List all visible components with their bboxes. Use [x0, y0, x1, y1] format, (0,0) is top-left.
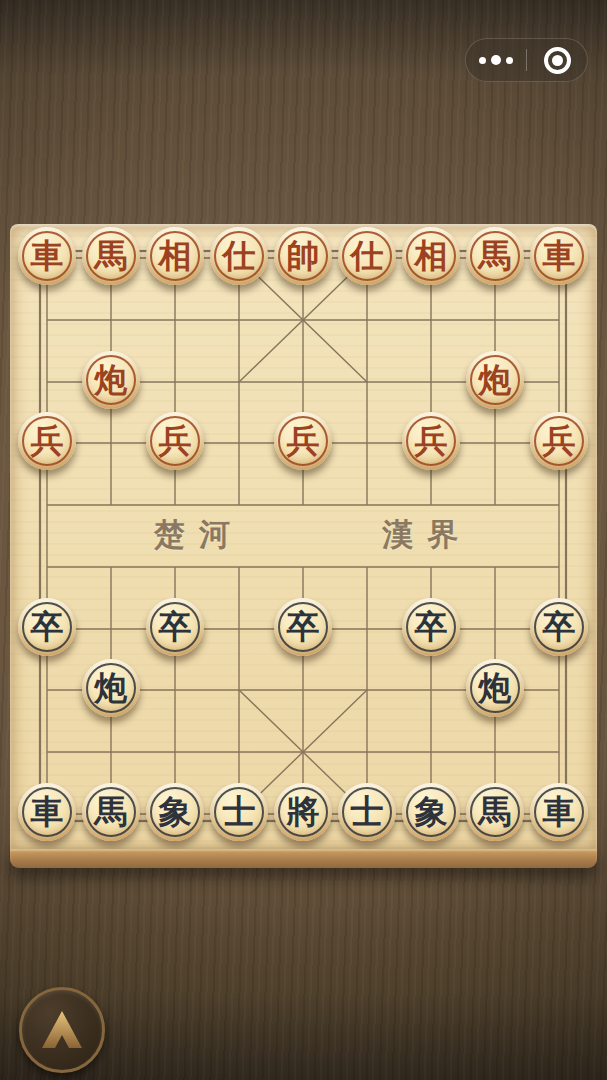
piece-red-advisor[interactable]: 仕: [210, 227, 268, 285]
piece-black-soldier[interactable]: 卒: [402, 598, 460, 656]
piece-red-soldier[interactable]: 兵: [146, 412, 204, 470]
piece-glyph: 炮: [466, 351, 524, 409]
piece-black-general[interactable]: 將: [274, 783, 332, 841]
piece-glyph: 車: [530, 227, 588, 285]
piece-glyph: 馬: [82, 783, 140, 841]
piece-glyph: 車: [18, 783, 76, 841]
piece-black-chariot[interactable]: 車: [530, 783, 588, 841]
piece-glyph: 炮: [82, 351, 140, 409]
piece-glyph: 炮: [466, 659, 524, 717]
board-3d-edge: [10, 849, 597, 868]
piece-black-cannon[interactable]: 炮: [82, 659, 140, 717]
piece-glyph: 車: [18, 227, 76, 285]
piece-black-advisor[interactable]: 士: [338, 783, 396, 841]
piece-red-elephant[interactable]: 相: [146, 227, 204, 285]
piece-red-elephant[interactable]: 相: [402, 227, 460, 285]
piece-black-horse[interactable]: 馬: [82, 783, 140, 841]
exit-button[interactable]: [527, 39, 587, 81]
piece-glyph: 馬: [82, 227, 140, 285]
game-screen: 楚河 漢界 車馬相仕帥仕相馬車炮炮兵兵兵兵兵卒卒卒卒卒炮炮車馬象士將士象馬車: [0, 0, 607, 1080]
piece-glyph: 炮: [82, 659, 140, 717]
piece-glyph: 卒: [402, 598, 460, 656]
piece-red-cannon[interactable]: 炮: [466, 351, 524, 409]
piece-red-soldier[interactable]: 兵: [18, 412, 76, 470]
piece-glyph: 相: [402, 227, 460, 285]
piece-black-advisor[interactable]: 士: [210, 783, 268, 841]
piece-black-elephant[interactable]: 象: [402, 783, 460, 841]
piece-glyph: 兵: [402, 412, 460, 470]
piece-black-cannon[interactable]: 炮: [466, 659, 524, 717]
piece-glyph: 馬: [466, 227, 524, 285]
pieces-layer: 車馬相仕帥仕相馬車炮炮兵兵兵兵兵卒卒卒卒卒炮炮車馬象士將士象馬車: [10, 224, 597, 849]
more-dots-icon: [479, 55, 513, 65]
piece-red-soldier[interactable]: 兵: [402, 412, 460, 470]
piece-glyph: 兵: [18, 412, 76, 470]
piece-glyph: 兵: [274, 412, 332, 470]
piece-black-chariot[interactable]: 車: [18, 783, 76, 841]
piece-black-soldier[interactable]: 卒: [530, 598, 588, 656]
piece-black-soldier[interactable]: 卒: [18, 598, 76, 656]
piece-red-cannon[interactable]: 炮: [82, 351, 140, 409]
target-circle-icon: [544, 47, 571, 74]
menu-button[interactable]: [19, 987, 105, 1073]
piece-red-chariot[interactable]: 車: [18, 227, 76, 285]
piece-glyph: 卒: [146, 598, 204, 656]
up-arrow-icon: [38, 1008, 86, 1052]
piece-red-general[interactable]: 帥: [274, 227, 332, 285]
piece-glyph: 馬: [466, 783, 524, 841]
piece-black-soldier[interactable]: 卒: [146, 598, 204, 656]
piece-glyph: 兵: [530, 412, 588, 470]
piece-glyph: 卒: [274, 598, 332, 656]
board-surface[interactable]: 楚河 漢界 車馬相仕帥仕相馬車炮炮兵兵兵兵兵卒卒卒卒卒炮炮車馬象士將士象馬車: [10, 224, 597, 849]
piece-black-elephant[interactable]: 象: [146, 783, 204, 841]
piece-glyph: 帥: [274, 227, 332, 285]
piece-glyph: 象: [402, 783, 460, 841]
piece-red-soldier[interactable]: 兵: [530, 412, 588, 470]
piece-glyph: 車: [530, 783, 588, 841]
piece-glyph: 士: [210, 783, 268, 841]
piece-glyph: 仕: [338, 227, 396, 285]
piece-glyph: 士: [338, 783, 396, 841]
piece-glyph: 象: [146, 783, 204, 841]
piece-black-soldier[interactable]: 卒: [274, 598, 332, 656]
piece-red-horse[interactable]: 馬: [82, 227, 140, 285]
capsule-menu: [465, 38, 588, 82]
piece-glyph: 仕: [210, 227, 268, 285]
piece-glyph: 卒: [18, 598, 76, 656]
more-button[interactable]: [466, 39, 526, 81]
piece-red-chariot[interactable]: 車: [530, 227, 588, 285]
piece-glyph: 兵: [146, 412, 204, 470]
piece-glyph: 將: [274, 783, 332, 841]
piece-red-advisor[interactable]: 仕: [338, 227, 396, 285]
piece-red-horse[interactable]: 馬: [466, 227, 524, 285]
xiangqi-board[interactable]: 楚河 漢界 車馬相仕帥仕相馬車炮炮兵兵兵兵兵卒卒卒卒卒炮炮車馬象士將士象馬車: [10, 224, 597, 868]
piece-black-horse[interactable]: 馬: [466, 783, 524, 841]
piece-red-soldier[interactable]: 兵: [274, 412, 332, 470]
piece-glyph: 相: [146, 227, 204, 285]
piece-glyph: 卒: [530, 598, 588, 656]
